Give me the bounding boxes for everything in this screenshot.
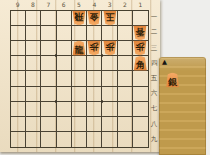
shogi-piece-gote-5-1[interactable]: 飛 — [72, 10, 86, 25]
board-square[interactable] — [72, 132, 87, 147]
board-square[interactable] — [57, 117, 72, 132]
board-square[interactable] — [87, 26, 102, 41]
file-label-3: 3 — [102, 1, 117, 9]
piece-glyph: 歩 — [90, 42, 99, 52]
board-square[interactable] — [41, 56, 56, 71]
board-square[interactable] — [102, 56, 117, 71]
board-square[interactable] — [133, 71, 148, 86]
board-square[interactable] — [57, 102, 72, 117]
piece-glyph: 銀 — [168, 76, 177, 86]
rank-label-6: 六 — [149, 86, 159, 101]
board-square[interactable] — [72, 87, 87, 102]
board-square[interactable] — [57, 71, 72, 86]
board-square[interactable] — [57, 87, 72, 102]
board-square[interactable] — [118, 26, 133, 41]
board-square[interactable] — [102, 87, 117, 102]
board-square[interactable] — [87, 56, 102, 71]
rank-label-8: 八 — [149, 117, 159, 132]
board-square[interactable] — [41, 11, 56, 26]
board-square[interactable] — [87, 117, 102, 132]
board-square[interactable] — [72, 117, 87, 132]
board-square[interactable] — [41, 71, 56, 86]
rank-label-2: 二 — [149, 25, 159, 40]
board-square[interactable] — [133, 132, 148, 147]
board-square[interactable] — [87, 132, 102, 147]
board-square[interactable] — [11, 56, 26, 71]
board-square[interactable] — [11, 87, 26, 102]
rank-label-1: 一 — [149, 10, 159, 25]
rank-label-9: 九 — [149, 132, 159, 147]
board-square[interactable] — [57, 132, 72, 147]
file-label-2: 2 — [117, 1, 132, 9]
board-square[interactable] — [118, 117, 133, 132]
board-square[interactable] — [118, 41, 133, 56]
board-square[interactable] — [11, 102, 26, 117]
board-square[interactable] — [87, 71, 102, 86]
board-square[interactable] — [102, 117, 117, 132]
file-label-1: 1 — [133, 1, 148, 9]
board-square[interactable] — [41, 102, 56, 117]
file-label-4: 4 — [87, 1, 102, 9]
board-square[interactable] — [57, 26, 72, 41]
board-square[interactable] — [11, 71, 26, 86]
piece-glyph: 玉 — [105, 12, 114, 22]
file-label-6: 6 — [56, 1, 71, 9]
board-square[interactable] — [133, 87, 148, 102]
file-label-7: 7 — [41, 1, 56, 9]
board-square[interactable] — [11, 117, 26, 132]
shogi-piece-sente-1-4[interactable]: 角 — [134, 56, 148, 71]
rank-label-7: 七 — [149, 101, 159, 116]
board-square[interactable] — [118, 87, 133, 102]
board-square[interactable] — [118, 71, 133, 86]
board-square[interactable] — [11, 11, 26, 26]
board-square[interactable] — [102, 71, 117, 86]
board-square[interactable] — [26, 102, 41, 117]
board-grid — [10, 10, 149, 148]
board-square[interactable] — [11, 132, 26, 147]
board-square[interactable] — [41, 117, 56, 132]
rank-label-4: 四 — [149, 56, 159, 71]
board-square[interactable] — [118, 102, 133, 117]
file-label-8: 8 — [25, 1, 40, 9]
star-point — [55, 100, 58, 103]
board-square[interactable] — [72, 102, 87, 117]
rank-label-5: 五 — [149, 71, 159, 86]
piece-glyph: 香 — [136, 27, 145, 37]
board-square[interactable] — [72, 26, 87, 41]
board-square[interactable] — [26, 11, 41, 26]
board-square[interactable] — [102, 102, 117, 117]
board-square[interactable] — [133, 11, 148, 26]
board-square[interactable] — [41, 26, 56, 41]
board-square[interactable] — [26, 26, 41, 41]
rank-label-3: 三 — [149, 40, 159, 55]
board-square[interactable] — [72, 71, 87, 86]
board-square[interactable] — [87, 87, 102, 102]
piece-glyph: 歩 — [136, 42, 145, 52]
piece-glyph: 龍 — [74, 44, 83, 54]
board-square[interactable] — [57, 11, 72, 26]
board-square[interactable] — [102, 132, 117, 147]
board-square[interactable] — [118, 132, 133, 147]
board-square[interactable] — [26, 87, 41, 102]
board-square[interactable] — [87, 102, 102, 117]
board-square[interactable] — [118, 11, 133, 26]
board-square[interactable] — [26, 56, 41, 71]
board-square[interactable] — [57, 56, 72, 71]
board-square[interactable] — [11, 41, 26, 56]
board-square[interactable] — [26, 132, 41, 147]
piece-glyph: 歩 — [105, 42, 114, 52]
shogi-piece-sente-hand[interactable]: 銀 — [166, 73, 180, 88]
shogi-board: 987654321 一二三四五六七八九 飛金玉香龍歩歩歩角 — [0, 0, 160, 152]
board-square[interactable] — [26, 41, 41, 56]
sente-turn-marker: ▲ — [162, 58, 167, 66]
piece-glyph: 金 — [90, 12, 99, 22]
board-square[interactable] — [102, 26, 117, 41]
board-square[interactable] — [118, 56, 133, 71]
board-square[interactable] — [26, 71, 41, 86]
shogi-piece-sente-5-3[interactable]: 龍 — [72, 41, 86, 56]
board-square[interactable] — [41, 132, 56, 147]
board-square[interactable] — [26, 117, 41, 132]
file-label-9: 9 — [10, 1, 25, 9]
board-square[interactable] — [72, 56, 87, 71]
star-point — [101, 100, 104, 103]
board-square[interactable] — [11, 26, 26, 41]
piece-glyph: 角 — [136, 59, 145, 69]
board-square[interactable] — [57, 41, 72, 56]
board-square[interactable] — [133, 102, 148, 117]
board-square[interactable] — [133, 117, 148, 132]
piece-glyph: 飛 — [74, 12, 83, 22]
sente-hand-panel: ▲ 銀 — [159, 57, 206, 155]
file-label-5: 5 — [71, 1, 86, 9]
